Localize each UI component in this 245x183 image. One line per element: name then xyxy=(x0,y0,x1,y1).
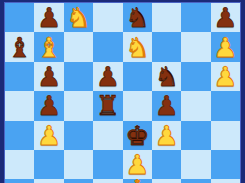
square-r1c2[interactable]: ♟ xyxy=(34,3,63,32)
square-r2c1[interactable]: ♝ xyxy=(5,32,34,61)
dark-knight[interactable]: ♞ xyxy=(155,63,179,90)
gold-knight[interactable]: ♞ xyxy=(66,4,90,31)
gold-king[interactable]: ♚ xyxy=(125,176,149,183)
square-r7c2[interactable] xyxy=(34,179,63,183)
square-r4c7[interactable] xyxy=(181,91,210,120)
square-r3c4[interactable]: ♟ xyxy=(93,62,122,91)
dark-pawn[interactable]: ♟ xyxy=(155,92,179,119)
gold-pawn[interactable]: ♟ xyxy=(213,34,237,61)
square-r6c6[interactable] xyxy=(152,150,181,179)
gold-knight[interactable]: ♞ xyxy=(125,34,149,61)
square-r1c4[interactable] xyxy=(93,3,122,32)
square-r4c4[interactable]: ♜ xyxy=(93,91,122,120)
gold-pawn[interactable]: ♟ xyxy=(213,63,237,90)
square-r5c8[interactable] xyxy=(211,121,240,150)
square-r2c4[interactable] xyxy=(93,32,122,61)
square-r4c6[interactable]: ♟ xyxy=(152,91,181,120)
square-r2c6[interactable] xyxy=(152,32,181,61)
square-r3c6[interactable]: ♞ xyxy=(152,62,181,91)
gold-pawn[interactable]: ♟ xyxy=(37,122,61,149)
square-r7c1[interactable] xyxy=(5,179,34,183)
square-r6c2[interactable] xyxy=(34,150,63,179)
square-r5c4[interactable] xyxy=(93,121,122,150)
square-r7c3[interactable] xyxy=(64,179,93,183)
square-r1c1[interactable] xyxy=(5,3,34,32)
square-r5c6[interactable]: ♟ xyxy=(152,121,181,150)
square-r6c3[interactable] xyxy=(64,150,93,179)
square-r5c3[interactable] xyxy=(64,121,93,150)
square-r7c7[interactable] xyxy=(181,179,210,183)
square-r3c1[interactable] xyxy=(5,62,34,91)
square-r1c5[interactable]: ♞ xyxy=(123,3,152,32)
square-r2c3[interactable] xyxy=(64,32,93,61)
dark-rook[interactable]: ♜ xyxy=(96,92,120,119)
dark-pawn[interactable]: ♟ xyxy=(213,4,237,31)
square-r3c3[interactable] xyxy=(64,62,93,91)
square-r7c8[interactable] xyxy=(211,179,240,183)
square-r6c8[interactable] xyxy=(211,150,240,179)
square-r5c2[interactable]: ♟ xyxy=(34,121,63,150)
square-r7c6[interactable] xyxy=(152,179,181,183)
square-r6c7[interactable] xyxy=(181,150,210,179)
square-r5c5[interactable]: ♚ xyxy=(123,121,152,150)
square-r2c8[interactable]: ♟ xyxy=(211,32,240,61)
dark-knight[interactable]: ♞ xyxy=(125,4,149,31)
square-r2c2[interactable]: ♝ xyxy=(34,32,63,61)
square-r3c5[interactable] xyxy=(123,62,152,91)
square-r2c7[interactable] xyxy=(181,32,210,61)
square-r4c2[interactable]: ♟ xyxy=(34,91,63,120)
square-r3c2[interactable]: ♟ xyxy=(34,62,63,91)
gold-bishop[interactable]: ♝ xyxy=(37,34,61,61)
dark-king[interactable]: ♚ xyxy=(125,122,149,149)
square-r1c7[interactable] xyxy=(181,3,210,32)
square-r5c7[interactable] xyxy=(181,121,210,150)
square-r4c1[interactable] xyxy=(5,91,34,120)
dark-pawn[interactable]: ♟ xyxy=(37,63,61,90)
square-r4c5[interactable] xyxy=(123,91,152,120)
dark-pawn[interactable]: ♟ xyxy=(37,4,61,31)
chess-board: ♟♞♞♟♝♝♞♟♟♟♞♟♟♜♟♟♚♟♟♚ xyxy=(5,3,240,183)
square-r1c8[interactable]: ♟ xyxy=(211,3,240,32)
square-r5c1[interactable] xyxy=(5,121,34,150)
square-r4c3[interactable] xyxy=(64,91,93,120)
square-r1c3[interactable]: ♞ xyxy=(64,3,93,32)
dark-pawn[interactable]: ♟ xyxy=(96,63,120,90)
gold-pawn[interactable]: ♟ xyxy=(155,122,179,149)
square-r6c4[interactable] xyxy=(93,150,122,179)
square-r4c8[interactable] xyxy=(211,91,240,120)
square-r6c1[interactable] xyxy=(5,150,34,179)
chess-window-frame: ♟♞♞♟♝♝♞♟♟♟♞♟♟♜♟♟♚♟♟♚ xyxy=(0,0,245,183)
square-r3c8[interactable]: ♟ xyxy=(211,62,240,91)
square-r7c4[interactable] xyxy=(93,179,122,183)
dark-pawn[interactable]: ♟ xyxy=(37,92,61,119)
square-r1c6[interactable] xyxy=(152,3,181,32)
square-r3c7[interactable] xyxy=(181,62,210,91)
square-r2c5[interactable]: ♞ xyxy=(123,32,152,61)
square-r7c5[interactable]: ♚ xyxy=(123,179,152,183)
dark-bishop[interactable]: ♝ xyxy=(8,34,32,61)
